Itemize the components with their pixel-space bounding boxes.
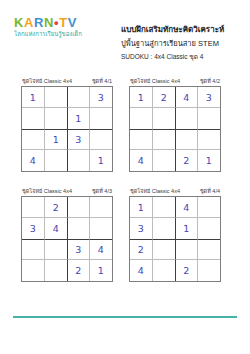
- puzzle-3-header: ชุดโจทย์ Classic 4x4 ชุดที่ 4/3: [21, 186, 113, 195]
- sudoku-cell-g3-r3c3: 3: [67, 239, 90, 260]
- sudoku-cell-g3-r2c3: [67, 218, 90, 239]
- sudoku-cell-g1-r1c2: [45, 87, 68, 108]
- sudoku-cell-g3-r3c1: [22, 239, 45, 260]
- sudoku-cell-g4-r2c2: [153, 218, 176, 239]
- sudoku-cell-g1-r4c3: [67, 150, 90, 171]
- sudoku-cell-g3-r1c3: [67, 197, 90, 218]
- sudoku-cell-g3-r1c4: [90, 197, 113, 218]
- sudoku-puzzle-1: ชุดโจทย์ Classic 4x4 ชุดที่ 4/1 1311341: [21, 76, 113, 172]
- sudoku-cell-g1-r2c1: [22, 108, 45, 129]
- sudoku-cell-g2-r3c3: [175, 129, 198, 150]
- sudoku-cell-g2-r2c4: [198, 108, 221, 129]
- sudoku-cell-g3-r3c2: [45, 239, 68, 260]
- puzzle-4-header: ชุดโจทย์ Classic 4x4 ชุดที่ 4/4: [129, 186, 221, 195]
- sudoku-cell-g3-r4c4: 1: [90, 260, 113, 281]
- sudoku-cell-g4-r1c4: [198, 197, 221, 218]
- sudoku-cell-g1-r2c4: [90, 108, 113, 129]
- logo-letter: R: [34, 15, 44, 30]
- sudoku-cell-g4-r4c2: [153, 260, 176, 281]
- sudoku-cell-g3-r4c2: [45, 260, 68, 281]
- logo-letter: A: [24, 15, 34, 30]
- sudoku-cell-g3-r2c4: [90, 218, 113, 239]
- logo-letter: K: [14, 15, 24, 30]
- sudoku-cell-g4-r3c4: [198, 239, 221, 260]
- sudoku-cell-g1-r3c1: [22, 129, 45, 150]
- sudoku-cell-g2-r4c2: [153, 150, 176, 171]
- sudoku-cell-g4-r3c3: [175, 239, 198, 260]
- sudoku-cell-g4-r2c4: [198, 218, 221, 239]
- sudoku-cell-g2-r4c1: 4: [130, 150, 153, 171]
- sudoku-board-3: 2343421: [21, 196, 113, 282]
- puzzle-2-number-label: ชุดที่ 4/2: [200, 77, 220, 85]
- sudoku-cell-g2-r2c2: [153, 108, 176, 129]
- sudoku-cell-g3-r2c2: 4: [45, 218, 68, 239]
- sudoku-cell-g4-r3c1: 2: [130, 239, 153, 260]
- sudoku-cell-g1-r1c4: 3: [90, 87, 113, 108]
- sudoku-cell-g4-r1c3: 4: [175, 197, 198, 218]
- sudoku-cell-g3-r3c4: 4: [90, 239, 113, 260]
- puzzle-4-number-label: ชุดที่ 4/4: [200, 187, 220, 195]
- puzzle-2-type-label: ชุดโจทย์ Classic 4x4: [130, 77, 180, 85]
- logo-letter: T: [59, 15, 68, 30]
- sudoku-cell-g2-r3c4: [198, 129, 221, 150]
- sudoku-cell-g1-r1c3: [67, 87, 90, 108]
- sudoku-board-2: 1243421: [129, 86, 221, 172]
- sudoku-board-4: 1431242: [129, 196, 221, 282]
- sudoku-cell-g2-r1c4: 3: [198, 87, 221, 108]
- sudoku-cell-g1-r2c3: 1: [67, 108, 90, 129]
- sudoku-cell-g3-r4c1: [22, 260, 45, 281]
- sudoku-cell-g4-r4c3: 2: [175, 260, 198, 281]
- sudoku-cell-g1-r3c4: [90, 129, 113, 150]
- sudoku-cell-g2-r1c3: 4: [175, 87, 198, 108]
- sudoku-cell-g1-r4c2: [45, 150, 68, 171]
- sudoku-cell-g1-r4c1: 4: [22, 150, 45, 171]
- sudoku-cell-g2-r3c2: [153, 129, 176, 150]
- sudoku-cell-g4-r4c4: [198, 260, 221, 281]
- puzzle-3-number-label: ชุดที่ 4/3: [92, 187, 112, 195]
- logo-slogan: โลกแห่งการเรียนรู้ของเด็ก: [14, 31, 82, 38]
- karn-tv-logo: KARN•TV: [14, 16, 77, 30]
- sudoku-cell-g1-r1c1: 1: [22, 87, 45, 108]
- sudoku-cell-g2-r3c1: [130, 129, 153, 150]
- sudoku-cell-g1-r3c3: 3: [67, 129, 90, 150]
- sudoku-cell-g2-r4c4: 1: [198, 150, 221, 171]
- sudoku-cell-g4-r1c1: 1: [130, 197, 153, 218]
- sudoku-cell-g3-r1c2: 2: [45, 197, 68, 218]
- sudoku-cell-g3-r1c1: [22, 197, 45, 218]
- sudoku-cell-g4-r1c2: [153, 197, 176, 218]
- sudoku-cell-g1-r2c2: [45, 108, 68, 129]
- sudoku-cell-g4-r2c1: 3: [130, 218, 153, 239]
- sudoku-cell-g2-r2c3: [175, 108, 198, 129]
- worksheet-page: KARN•TV โลกแห่งการเรียนรู้ของเด็ก แบบฝึก…: [0, 0, 250, 354]
- puzzle-1-number-label: ชุดที่ 4/1: [92, 77, 112, 85]
- puzzle-4-type-label: ชุดโจทย์ Classic 4x4: [130, 187, 180, 195]
- logo-letter: V: [68, 15, 77, 30]
- sudoku-cell-g2-r1c1: 1: [130, 87, 153, 108]
- sudoku-cell-g2-r2c1: [130, 108, 153, 129]
- worksheet-title: แบบฝึกเสริมทักษะคิดวิเคราะห์: [121, 23, 224, 36]
- sudoku-cell-g1-r4c4: 1: [90, 150, 113, 171]
- sudoku-cell-g2-r4c3: 2: [175, 150, 198, 171]
- sudoku-cell-g4-r3c2: [153, 239, 176, 260]
- footer-divider: [13, 316, 237, 318]
- sudoku-board-1: 1311341: [21, 86, 113, 172]
- sudoku-cell-g1-r3c2: 1: [45, 129, 68, 150]
- sudoku-puzzle-4: ชุดโจทย์ Classic 4x4 ชุดที่ 4/4 1431242: [129, 186, 221, 282]
- puzzle-1-header: ชุดโจทย์ Classic 4x4 ชุดที่ 4/1: [21, 76, 113, 85]
- puzzle-3-type-label: ชุดโจทย์ Classic 4x4: [22, 187, 72, 195]
- worksheet-series-label: SUDOKU : 4x4 Classic ชุด 4: [121, 52, 203, 62]
- sudoku-cell-g2-r1c2: 2: [153, 87, 176, 108]
- sudoku-cell-g3-r4c3: 2: [67, 260, 90, 281]
- sudoku-cell-g4-r4c1: 4: [130, 260, 153, 281]
- worksheet-subtitle: ปูพื้นฐานสู่การเรียนสาย STEM: [121, 37, 219, 49]
- puzzle-1-type-label: ชุดโจทย์ Classic 4x4: [22, 77, 72, 85]
- sudoku-puzzle-3: ชุดโจทย์ Classic 4x4 ชุดที่ 4/3 2343421: [21, 186, 113, 282]
- sudoku-cell-g4-r2c3: 1: [175, 218, 198, 239]
- puzzle-2-header: ชุดโจทย์ Classic 4x4 ชุดที่ 4/2: [129, 76, 221, 85]
- sudoku-puzzle-2: ชุดโจทย์ Classic 4x4 ชุดที่ 4/2 1243421: [129, 76, 221, 172]
- logo-letter: N: [44, 15, 54, 30]
- sudoku-cell-g3-r2c1: 3: [22, 218, 45, 239]
